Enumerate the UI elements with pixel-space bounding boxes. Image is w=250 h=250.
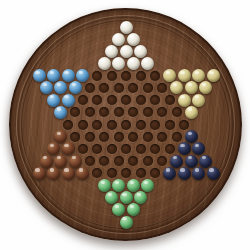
marble-blue[interactable] bbox=[47, 94, 60, 107]
marble-blue[interactable] bbox=[62, 94, 75, 107]
hole-empty[interactable] bbox=[107, 168, 117, 178]
marble-brown[interactable] bbox=[62, 167, 75, 180]
hole-empty[interactable] bbox=[121, 144, 131, 154]
hole-empty[interactable] bbox=[143, 156, 153, 166]
marble-brown[interactable] bbox=[76, 167, 89, 180]
marble-yellow[interactable] bbox=[207, 69, 220, 82]
marble-navy[interactable] bbox=[185, 130, 198, 143]
hole-empty[interactable] bbox=[99, 132, 109, 142]
hole-empty[interactable] bbox=[165, 144, 175, 154]
marble-white[interactable] bbox=[127, 57, 140, 70]
marble-white[interactable] bbox=[98, 57, 111, 70]
hole-empty[interactable] bbox=[114, 156, 124, 166]
hole-empty[interactable] bbox=[150, 120, 160, 130]
hole-empty[interactable] bbox=[107, 71, 117, 81]
marble-green[interactable] bbox=[120, 191, 133, 204]
hole-empty[interactable] bbox=[165, 95, 175, 105]
marble-green[interactable] bbox=[127, 179, 140, 192]
marble-navy[interactable] bbox=[178, 167, 191, 180]
marble-green[interactable] bbox=[120, 216, 133, 229]
marble-navy[interactable] bbox=[170, 155, 183, 168]
marble-blue[interactable] bbox=[33, 69, 46, 82]
marble-white[interactable] bbox=[105, 45, 118, 58]
marble-brown[interactable] bbox=[47, 167, 60, 180]
marble-white[interactable] bbox=[112, 33, 125, 46]
hole-empty[interactable] bbox=[136, 95, 146, 105]
marble-navy[interactable] bbox=[199, 155, 212, 168]
marble-green[interactable] bbox=[98, 179, 111, 192]
hole-empty[interactable] bbox=[143, 132, 153, 142]
hole-empty[interactable] bbox=[70, 132, 80, 142]
hole-empty[interactable] bbox=[157, 132, 167, 142]
hole-empty[interactable] bbox=[92, 144, 102, 154]
marble-yellow[interactable] bbox=[192, 94, 205, 107]
marble-yellow[interactable] bbox=[178, 69, 191, 82]
marble-brown[interactable] bbox=[33, 167, 46, 180]
marble-navy[interactable] bbox=[192, 167, 205, 180]
hole-empty[interactable] bbox=[85, 132, 95, 142]
marble-white[interactable] bbox=[134, 45, 147, 58]
hole-empty[interactable] bbox=[78, 144, 88, 154]
marble-white[interactable] bbox=[127, 33, 140, 46]
marble-navy[interactable] bbox=[163, 167, 176, 180]
hole-empty[interactable] bbox=[114, 83, 124, 93]
marble-yellow[interactable] bbox=[185, 106, 198, 119]
hole-empty[interactable] bbox=[107, 95, 117, 105]
hole-empty[interactable] bbox=[92, 71, 102, 81]
hole-empty[interactable] bbox=[78, 120, 88, 130]
hole-empty[interactable] bbox=[143, 83, 153, 93]
hole-empty[interactable] bbox=[150, 144, 160, 154]
hole-empty[interactable] bbox=[165, 120, 175, 130]
hole-empty[interactable] bbox=[114, 132, 124, 142]
marble-white[interactable] bbox=[120, 45, 133, 58]
hole-empty[interactable] bbox=[85, 156, 95, 166]
hole-empty[interactable] bbox=[136, 71, 146, 81]
marble-blue[interactable] bbox=[62, 69, 75, 82]
hole-empty[interactable] bbox=[172, 132, 182, 142]
hole-empty[interactable] bbox=[121, 71, 131, 81]
marble-navy[interactable] bbox=[178, 142, 191, 155]
marble-brown[interactable] bbox=[54, 155, 67, 168]
marble-yellow[interactable] bbox=[178, 94, 191, 107]
hole-empty[interactable] bbox=[128, 132, 138, 142]
marble-brown[interactable] bbox=[69, 155, 82, 168]
hole-empty[interactable] bbox=[150, 71, 160, 81]
hole-empty[interactable] bbox=[63, 120, 73, 130]
hole-empty[interactable] bbox=[107, 120, 117, 130]
marble-navy[interactable] bbox=[185, 155, 198, 168]
marble-brown[interactable] bbox=[62, 142, 75, 155]
hole-empty[interactable] bbox=[179, 120, 189, 130]
hole-empty[interactable] bbox=[78, 95, 88, 105]
marble-brown[interactable] bbox=[40, 155, 53, 168]
hole-empty[interactable] bbox=[136, 168, 146, 178]
hole-empty[interactable] bbox=[121, 120, 131, 130]
hole-empty[interactable] bbox=[136, 144, 146, 154]
marble-white[interactable] bbox=[120, 21, 133, 34]
hole-empty[interactable] bbox=[92, 120, 102, 130]
hole-empty[interactable] bbox=[136, 120, 146, 130]
hole-empty[interactable] bbox=[85, 83, 95, 93]
hole-empty[interactable] bbox=[107, 144, 117, 154]
marble-navy[interactable] bbox=[207, 167, 220, 180]
photo-scene bbox=[0, 0, 250, 250]
